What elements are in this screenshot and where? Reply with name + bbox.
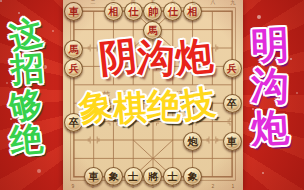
board-point: 炮 [183, 132, 203, 151]
board-point: 馬 [64, 40, 84, 59]
piece-black-cannon: 炮 [183, 132, 202, 151]
piece-black-soldier: 卒 [223, 94, 242, 113]
piece-black-advisor: 士 [124, 167, 143, 186]
headline-char: 炮 [173, 36, 214, 77]
board-point: 仕 [163, 2, 183, 21]
piece-red-elephant: 相 [104, 2, 123, 21]
piece-red-advisor: 仕 [124, 2, 143, 21]
board-point: 兵 [222, 59, 242, 78]
board-point: 車 [64, 2, 84, 21]
piece-black-advisor: 士 [163, 167, 182, 186]
piece-red-soldier: 兵 [223, 59, 242, 78]
piece-black-general: 將 [143, 167, 162, 186]
headline-char: 技 [179, 84, 217, 122]
board-point: 相 [183, 2, 203, 21]
video-thumbnail: 楚河 漢界 車相仕帥仕相馬馬兵兵卒卒炮車車象士將士象 一二三四五六七八九 987… [0, 0, 304, 190]
piece-black-elephant: 象 [104, 167, 123, 186]
caption-char: 炮 [250, 108, 290, 148]
piece-black-rook: 車 [223, 132, 242, 151]
headline-char: 棋 [112, 89, 148, 125]
board-point: 仕 [123, 2, 143, 21]
board-point: 車 [222, 132, 242, 151]
board-point: 兵 [64, 59, 84, 78]
piece-red-elephant: 相 [183, 2, 202, 21]
piece-red-rook: 車 [64, 2, 83, 21]
board-point: 相 [104, 2, 124, 21]
left-vertical-caption: 这 招 够 绝 [4, 18, 46, 156]
board-point: 象 [183, 167, 203, 186]
board-point: 士 [123, 167, 143, 186]
board-point: 帥 [143, 2, 163, 21]
piece-black-elephant: 象 [183, 167, 202, 186]
headline-char: 沟 [136, 38, 176, 78]
board-point: 將 [143, 167, 163, 186]
headline-xiangqi-jueji: 象 棋 绝 技 [78, 86, 215, 125]
piece-red-horse: 馬 [64, 40, 83, 59]
piece-red-soldier: 兵 [64, 59, 83, 78]
caption-char: 明 [250, 25, 289, 64]
piece-red-advisor: 仕 [163, 2, 182, 21]
right-vertical-caption: 明 沟 炮 [248, 26, 292, 147]
headline-char: 象 [76, 87, 115, 126]
piece-black-rook: 車 [84, 167, 103, 186]
board-point: 象 [104, 167, 124, 186]
piece-red-general: 帥 [143, 2, 162, 21]
headline-char: 绝 [147, 88, 182, 123]
board-point: 卒 [222, 94, 242, 113]
board-point: 士 [163, 167, 183, 186]
headline-char: 阴 [97, 36, 139, 78]
headline-yingou-pao: 阴 沟 炮 [99, 38, 213, 76]
board-point: 車 [84, 167, 104, 186]
caption-char: 绝 [8, 122, 44, 158]
caption-char: 沟 [250, 66, 289, 105]
caption-char: 招 [9, 51, 44, 86]
sparkle-dots [0, 0, 2, 2]
